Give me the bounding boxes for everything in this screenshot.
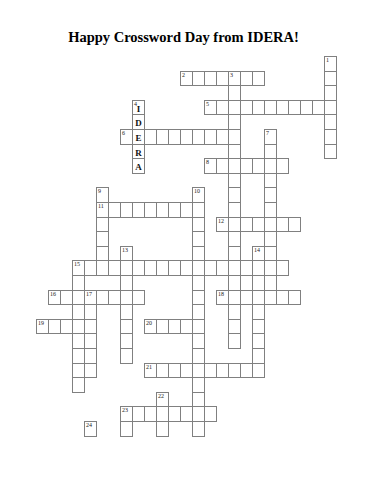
cell-letter: E: [133, 133, 144, 143]
crossword-page: { "game": "crossword", "title": "Happy C…: [0, 0, 367, 479]
cell-number: 12: [218, 218, 224, 224]
cell-number: 19: [38, 320, 44, 326]
grid-cell[interactable]: [228, 202, 241, 218]
grid-cell[interactable]: [252, 348, 265, 364]
grid-cell[interactable]: [192, 246, 205, 262]
cell-number: 20: [146, 320, 152, 326]
grid-cell[interactable]: [324, 129, 337, 145]
grid-cell[interactable]: [228, 129, 241, 145]
cell-number: 9: [98, 188, 101, 194]
grid-cell[interactable]: [72, 275, 85, 291]
grid-cell[interactable]: 7: [264, 129, 277, 145]
cell-number: 22: [158, 393, 164, 399]
cell-number: 5: [206, 101, 209, 107]
cell-number: 24: [86, 422, 92, 428]
grid-cell[interactable]: [120, 333, 133, 349]
grid-cell[interactable]: [228, 144, 241, 160]
cell-number: 14: [254, 247, 260, 253]
grid-cell[interactable]: [276, 260, 289, 276]
grid-cell[interactable]: [324, 71, 337, 87]
grid-cell[interactable]: [192, 392, 205, 408]
grid-cell[interactable]: 24: [84, 421, 97, 437]
grid-cell[interactable]: [228, 275, 241, 291]
grid-cell[interactable]: [228, 246, 241, 262]
grid-cell[interactable]: [84, 363, 97, 379]
grid-cell[interactable]: [120, 421, 133, 437]
grid-cell[interactable]: [264, 187, 277, 203]
cell-letter: D: [133, 118, 144, 128]
grid-cell[interactable]: [120, 348, 133, 364]
grid-cell[interactable]: [192, 290, 205, 306]
grid-cell[interactable]: A: [132, 158, 145, 174]
grid-cell[interactable]: [324, 85, 337, 101]
grid-cell[interactable]: R: [132, 144, 145, 160]
grid-cell[interactable]: [192, 217, 205, 233]
grid-cell[interactable]: [252, 333, 265, 349]
cell-number: 23: [122, 407, 128, 413]
grid-cell[interactable]: 22: [156, 392, 169, 408]
grid-cell[interactable]: [264, 202, 277, 218]
grid-cell[interactable]: [96, 246, 109, 262]
grid-cell[interactable]: [96, 217, 109, 233]
grid-cell[interactable]: [276, 158, 289, 174]
cell-number: 10: [194, 188, 200, 194]
grid-cell[interactable]: [252, 363, 265, 379]
grid-cell[interactable]: 4I: [132, 100, 145, 116]
grid-cell[interactable]: [324, 100, 337, 116]
grid-cell[interactable]: [288, 217, 301, 233]
grid-cell[interactable]: [192, 377, 205, 393]
grid-cell[interactable]: [192, 275, 205, 291]
grid-cell[interactable]: [228, 85, 241, 101]
cell-number: 7: [266, 130, 269, 136]
grid-cell[interactable]: [252, 304, 265, 320]
grid-cell[interactable]: [120, 275, 133, 291]
grid-cell[interactable]: [192, 319, 205, 335]
grid-cell[interactable]: [84, 333, 97, 349]
grid-cell[interactable]: 1: [324, 56, 337, 72]
grid-cell[interactable]: [192, 304, 205, 320]
grid-cell[interactable]: [204, 406, 217, 422]
grid-cell[interactable]: [228, 319, 241, 335]
cell-letter: A: [133, 162, 144, 172]
grid-cell[interactable]: D: [132, 114, 145, 130]
grid-cell[interactable]: [264, 173, 277, 189]
grid-cell[interactable]: [156, 421, 169, 437]
grid-cell[interactable]: [192, 421, 205, 437]
page-title: Happy Crossword Day from IDERA!: [0, 29, 367, 46]
grid-cell[interactable]: [120, 304, 133, 320]
grid-cell[interactable]: [228, 231, 241, 247]
grid-cell[interactable]: [228, 333, 241, 349]
cell-number: 8: [206, 159, 209, 165]
grid-cell[interactable]: [96, 231, 109, 247]
cell-number: 17: [86, 291, 92, 297]
grid-cell[interactable]: [324, 144, 337, 160]
grid-cell[interactable]: [228, 187, 241, 203]
grid-cell[interactable]: [252, 71, 265, 87]
grid-cell[interactable]: [192, 348, 205, 364]
grid-cell[interactable]: [192, 202, 205, 218]
grid-cell[interactable]: [192, 333, 205, 349]
cell-letter: I: [133, 104, 144, 114]
grid-cell[interactable]: [228, 173, 241, 189]
grid-cell[interactable]: [72, 377, 85, 393]
grid-cell[interactable]: [120, 319, 133, 335]
cell-number: 3: [230, 72, 233, 78]
cell-number: 11: [98, 203, 104, 209]
grid-cell[interactable]: 10: [192, 187, 205, 203]
grid-cell[interactable]: [228, 304, 241, 320]
grid-cell[interactable]: [264, 246, 277, 262]
grid-cell[interactable]: [324, 114, 337, 130]
grid-cell[interactable]: [84, 348, 97, 364]
cell-number: 1: [326, 57, 329, 63]
crossword-board: 1234I5D6E7RA8910111213141516171819202122…: [36, 56, 337, 437]
grid-cell[interactable]: [264, 275, 277, 291]
grid-cell[interactable]: [288, 290, 301, 306]
grid-cell[interactable]: [264, 144, 277, 160]
grid-cell[interactable]: [84, 304, 97, 320]
cell-number: 21: [146, 364, 152, 370]
cell-number: 6: [122, 130, 125, 136]
cell-number: 2: [182, 72, 185, 78]
grid-cell[interactable]: 13: [120, 246, 133, 262]
grid-cell[interactable]: [192, 231, 205, 247]
cell-number: 15: [74, 261, 80, 267]
grid-cell[interactable]: [264, 231, 277, 247]
cell-number: 13: [122, 247, 128, 253]
grid-cell[interactable]: [228, 114, 241, 130]
cell-number: 16: [50, 291, 56, 297]
grid-cell[interactable]: 9: [96, 187, 109, 203]
cell-letter: R: [133, 148, 144, 158]
grid-cell[interactable]: [132, 290, 145, 306]
grid-cell[interactable]: [252, 319, 265, 335]
grid-cell[interactable]: [84, 319, 97, 335]
cell-number: 18: [218, 291, 224, 297]
